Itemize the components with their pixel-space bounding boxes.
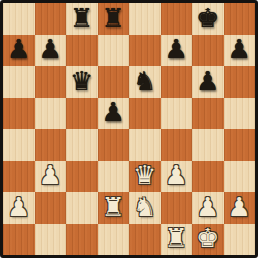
square-h5[interactable] [224, 98, 256, 130]
square-d6[interactable] [98, 66, 130, 98]
square-b1[interactable] [35, 224, 67, 256]
square-b5[interactable] [35, 98, 67, 130]
square-a5[interactable] [3, 98, 35, 130]
piece-black-rook[interactable]: ♜ [70, 5, 93, 31]
square-b3[interactable]: ♟ [35, 161, 67, 193]
piece-white-pawn[interactable]: ♟ [39, 162, 62, 188]
square-f2[interactable] [161, 192, 193, 224]
square-f6[interactable] [161, 66, 193, 98]
square-g1[interactable]: ♚ [192, 224, 224, 256]
square-f7[interactable]: ♟ [161, 35, 193, 67]
square-g6[interactable]: ♟ [192, 66, 224, 98]
piece-black-rook[interactable]: ♜ [102, 5, 125, 31]
square-d5[interactable]: ♟ [98, 98, 130, 130]
square-c2[interactable] [66, 192, 98, 224]
square-h1[interactable] [224, 224, 256, 256]
piece-black-pawn[interactable]: ♟ [228, 36, 251, 62]
square-e8[interactable] [129, 3, 161, 35]
piece-black-pawn[interactable]: ♟ [102, 99, 125, 125]
square-e2[interactable]: ♞ [129, 192, 161, 224]
square-e1[interactable] [129, 224, 161, 256]
square-h8[interactable] [224, 3, 256, 35]
square-d3[interactable] [98, 161, 130, 193]
square-a1[interactable] [3, 224, 35, 256]
square-f1[interactable]: ♜ [161, 224, 193, 256]
piece-black-king[interactable]: ♚ [196, 5, 219, 31]
square-g7[interactable] [192, 35, 224, 67]
square-e7[interactable] [129, 35, 161, 67]
square-g4[interactable] [192, 129, 224, 161]
square-d4[interactable] [98, 129, 130, 161]
piece-black-knight[interactable]: ♞ [133, 68, 156, 94]
square-c8[interactable]: ♜ [66, 3, 98, 35]
square-e4[interactable] [129, 129, 161, 161]
square-c1[interactable] [66, 224, 98, 256]
square-h4[interactable] [224, 129, 256, 161]
piece-black-pawn[interactable]: ♟ [165, 36, 188, 62]
square-h2[interactable]: ♟ [224, 192, 256, 224]
square-e5[interactable] [129, 98, 161, 130]
square-g5[interactable] [192, 98, 224, 130]
square-e3[interactable]: ♛ [129, 161, 161, 193]
square-f3[interactable]: ♟ [161, 161, 193, 193]
square-b6[interactable] [35, 66, 67, 98]
square-f4[interactable] [161, 129, 193, 161]
square-c3[interactable] [66, 161, 98, 193]
square-d8[interactable]: ♜ [98, 3, 130, 35]
square-b7[interactable]: ♟ [35, 35, 67, 67]
square-a4[interactable] [3, 129, 35, 161]
square-c4[interactable] [66, 129, 98, 161]
piece-white-pawn[interactable]: ♟ [7, 194, 30, 220]
piece-white-rook[interactable]: ♜ [102, 194, 125, 220]
piece-black-queen[interactable]: ♛ [70, 68, 93, 94]
piece-white-pawn[interactable]: ♟ [165, 162, 188, 188]
piece-white-pawn[interactable]: ♟ [196, 194, 219, 220]
square-h6[interactable] [224, 66, 256, 98]
square-f5[interactable] [161, 98, 193, 130]
square-f8[interactable] [161, 3, 193, 35]
square-a7[interactable]: ♟ [3, 35, 35, 67]
square-a6[interactable] [3, 66, 35, 98]
square-h3[interactable] [224, 161, 256, 193]
square-e6[interactable]: ♞ [129, 66, 161, 98]
square-g8[interactable]: ♚ [192, 3, 224, 35]
square-g3[interactable] [192, 161, 224, 193]
piece-black-pawn[interactable]: ♟ [39, 36, 62, 62]
square-d2[interactable]: ♜ [98, 192, 130, 224]
square-d1[interactable] [98, 224, 130, 256]
chess-board: ♜♜♚♟♟♟♟♛♞♟♟♟♛♟♟♜♞♟♟♜♚ [0, 0, 258, 258]
square-c7[interactable] [66, 35, 98, 67]
square-c6[interactable]: ♛ [66, 66, 98, 98]
piece-white-queen[interactable]: ♛ [133, 162, 156, 188]
square-a2[interactable]: ♟ [3, 192, 35, 224]
piece-white-rook[interactable]: ♜ [165, 225, 188, 251]
square-c5[interactable] [66, 98, 98, 130]
square-d7[interactable] [98, 35, 130, 67]
square-g2[interactable]: ♟ [192, 192, 224, 224]
piece-white-king[interactable]: ♚ [196, 225, 219, 251]
piece-black-pawn[interactable]: ♟ [196, 68, 219, 94]
square-b2[interactable] [35, 192, 67, 224]
piece-white-knight[interactable]: ♞ [133, 194, 156, 220]
square-b8[interactable] [35, 3, 67, 35]
piece-white-pawn[interactable]: ♟ [228, 194, 251, 220]
square-h7[interactable]: ♟ [224, 35, 256, 67]
piece-black-pawn[interactable]: ♟ [7, 36, 30, 62]
square-b4[interactable] [35, 129, 67, 161]
square-a3[interactable] [3, 161, 35, 193]
square-a8[interactable] [3, 3, 35, 35]
